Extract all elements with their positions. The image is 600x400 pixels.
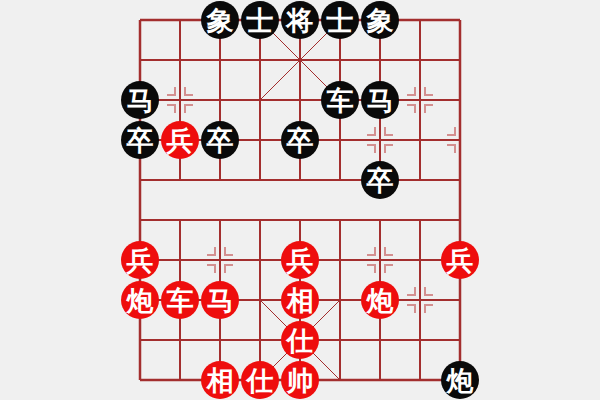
piece-glyph: 卒: [367, 167, 394, 194]
black-horse-piece[interactable]: 马: [361, 81, 399, 119]
black-soldier-piece[interactable]: 卒: [201, 121, 239, 159]
red-advisor-piece[interactable]: 仕: [281, 321, 319, 359]
piece-glyph: 仕: [287, 327, 314, 354]
red-elephant-piece[interactable]: 相: [281, 281, 319, 319]
piece-glyph: 兵: [447, 247, 474, 274]
red-advisor-piece[interactable]: 仕: [241, 361, 279, 399]
piece-glyph: 相: [287, 287, 314, 314]
piece-glyph: 将: [287, 7, 314, 34]
black-cannon-piece[interactable]: 炮: [441, 361, 479, 399]
piece-glyph: 象: [367, 7, 394, 34]
xiangqi-board[interactable]: 象士将士象马车马卒兵卒卒卒兵兵兵炮车马相炮仕相仕帅炮: [120, 0, 480, 400]
red-soldier-piece[interactable]: 兵: [441, 241, 479, 279]
piece-glyph: 相: [207, 367, 234, 394]
black-horse-piece[interactable]: 马: [121, 81, 159, 119]
black-general-piece[interactable]: 将: [281, 1, 319, 39]
piece-glyph: 炮: [447, 367, 474, 394]
red-chariot-piece[interactable]: 车: [161, 281, 199, 319]
black-elephant-piece[interactable]: 象: [201, 1, 239, 39]
piece-glyph: 马: [127, 87, 154, 114]
piece-glyph: 兵: [127, 247, 154, 274]
red-soldier-piece[interactable]: 兵: [161, 121, 199, 159]
red-cannon-piece[interactable]: 炮: [121, 281, 159, 319]
red-cannon-piece[interactable]: 炮: [361, 281, 399, 319]
black-advisor-piece[interactable]: 士: [321, 1, 359, 39]
red-general-piece[interactable]: 帅: [281, 361, 319, 399]
piece-glyph: 士: [327, 7, 354, 34]
red-elephant-piece[interactable]: 相: [201, 361, 239, 399]
piece-glyph: 仕: [247, 367, 274, 394]
piece-glyph: 兵: [167, 127, 194, 154]
piece-glyph: 炮: [367, 287, 394, 314]
red-soldier-piece[interactable]: 兵: [121, 241, 159, 279]
piece-glyph: 士: [247, 7, 274, 34]
piece-glyph: 马: [367, 87, 394, 114]
red-soldier-piece[interactable]: 兵: [281, 241, 319, 279]
piece-glyph: 炮: [127, 287, 154, 314]
piece-glyph: 马: [207, 287, 234, 314]
piece-glyph: 帅: [287, 367, 314, 394]
black-soldier-piece[interactable]: 卒: [121, 121, 159, 159]
black-elephant-piece[interactable]: 象: [361, 1, 399, 39]
piece-glyph: 车: [327, 87, 354, 114]
xiangqi-app: 象士将士象马车马卒兵卒卒卒兵兵兵炮车马相炮仕相仕帅炮: [0, 0, 600, 400]
piece-glyph: 卒: [127, 127, 154, 154]
piece-glyph: 兵: [287, 247, 314, 274]
black-advisor-piece[interactable]: 士: [241, 1, 279, 39]
black-soldier-piece[interactable]: 卒: [361, 161, 399, 199]
black-soldier-piece[interactable]: 卒: [281, 121, 319, 159]
piece-glyph: 卒: [207, 127, 234, 154]
black-chariot-piece[interactable]: 车: [321, 81, 359, 119]
red-horse-piece[interactable]: 马: [201, 281, 239, 319]
piece-glyph: 车: [167, 287, 194, 314]
piece-glyph: 象: [207, 7, 234, 34]
piece-glyph: 卒: [287, 127, 314, 154]
